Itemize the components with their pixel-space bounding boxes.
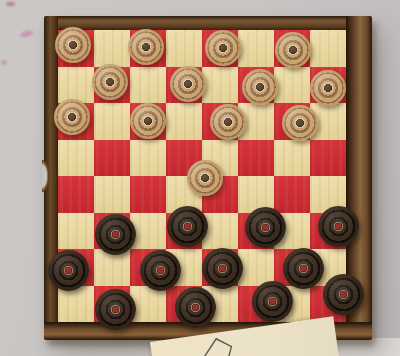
checker-piece-light[interactable] xyxy=(170,66,206,102)
checkers-board xyxy=(44,16,372,340)
checker-piece-light[interactable] xyxy=(210,104,246,140)
board-square[interactable] xyxy=(58,213,94,250)
board-square[interactable] xyxy=(238,249,274,286)
checker-piece-light[interactable] xyxy=(130,103,166,139)
checker-piece-light[interactable] xyxy=(242,69,278,105)
checker-piece-dark[interactable] xyxy=(245,207,286,248)
board-square[interactable] xyxy=(310,30,346,67)
board-square[interactable] xyxy=(58,140,94,177)
board-square[interactable] xyxy=(274,67,310,104)
checker-piece-light[interactable] xyxy=(54,99,90,135)
board-square[interactable] xyxy=(94,176,130,213)
checker-piece-light[interactable] xyxy=(275,32,311,68)
board-square[interactable] xyxy=(166,30,202,67)
board-square[interactable] xyxy=(202,67,238,104)
board-square[interactable] xyxy=(274,140,310,177)
board-surface xyxy=(58,30,346,322)
checker-piece-dark[interactable] xyxy=(140,250,181,291)
checker-piece-dark[interactable] xyxy=(252,281,293,322)
board-square[interactable] xyxy=(130,176,166,213)
checker-piece-light[interactable] xyxy=(55,27,91,63)
board-square[interactable] xyxy=(94,103,130,140)
photo-backdrop xyxy=(0,0,400,356)
checker-piece-dark[interactable] xyxy=(95,214,136,255)
board-square[interactable] xyxy=(130,67,166,104)
checker-piece-light[interactable] xyxy=(310,70,346,106)
board-square[interactable] xyxy=(130,140,166,177)
board-square[interactable] xyxy=(94,30,130,67)
checker-piece-light[interactable] xyxy=(282,105,318,141)
pink-smudge xyxy=(19,29,33,38)
board-square[interactable] xyxy=(310,140,346,177)
checker-piece-dark[interactable] xyxy=(48,250,89,291)
board-frame-top xyxy=(44,16,372,30)
board-square[interactable] xyxy=(58,67,94,104)
checker-piece-dark[interactable] xyxy=(323,274,364,315)
board-square[interactable] xyxy=(58,176,94,213)
board-square[interactable] xyxy=(166,103,202,140)
checker-piece-dark[interactable] xyxy=(95,289,136,330)
checker-piece-dark[interactable] xyxy=(167,206,208,247)
frame-finger-notch xyxy=(42,155,53,197)
checker-piece-dark[interactable] xyxy=(175,287,216,328)
checker-piece-light[interactable] xyxy=(187,160,223,196)
board-square[interactable] xyxy=(274,176,310,213)
pink-smudge xyxy=(6,2,15,6)
board-square[interactable] xyxy=(58,286,94,323)
checker-piece-dark[interactable] xyxy=(283,248,324,289)
board-square[interactable] xyxy=(238,140,274,177)
board-square[interactable] xyxy=(94,140,130,177)
checker-piece-dark[interactable] xyxy=(318,206,359,247)
pink-smudge xyxy=(1,60,7,65)
checker-piece-dark[interactable] xyxy=(202,248,243,289)
board-square[interactable] xyxy=(238,30,274,67)
checker-piece-light[interactable] xyxy=(128,29,164,65)
checker-piece-light[interactable] xyxy=(92,64,128,100)
checker-piece-light[interactable] xyxy=(205,30,241,66)
